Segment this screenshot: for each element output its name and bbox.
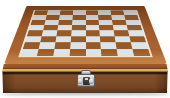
board-square	[36, 49, 53, 56]
board-lid-top	[4, 6, 167, 64]
board-square	[85, 49, 101, 56]
board-square	[38, 42, 55, 49]
board-square	[69, 49, 85, 56]
board-square	[130, 42, 147, 49]
board-square	[85, 42, 101, 49]
board-square	[20, 49, 38, 56]
board-inlay-border	[18, 10, 153, 58]
board-square	[54, 42, 70, 49]
board-square	[53, 49, 70, 56]
board-square	[100, 42, 116, 49]
board-square	[101, 49, 118, 56]
chessboard	[20, 10, 150, 56]
board-square	[116, 49, 133, 56]
clasp-latch-icon	[77, 70, 95, 88]
chess-box-photo	[0, 0, 170, 98]
board-square	[22, 42, 39, 49]
clasp-body	[77, 74, 95, 87]
board-square	[115, 42, 132, 49]
board-square	[132, 49, 150, 56]
clasp-keeper	[83, 77, 90, 85]
box-shadow	[1, 92, 169, 97]
board-square	[69, 42, 85, 49]
